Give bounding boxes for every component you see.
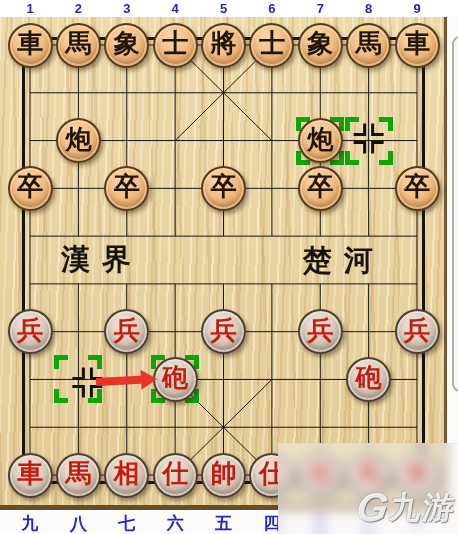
- piece-red[interactable]: 兵: [298, 309, 343, 354]
- piece-red[interactable]: 砲: [153, 357, 198, 402]
- piece-glyph: 兵: [211, 318, 237, 346]
- file-label-top: 2: [66, 1, 90, 16]
- piece-glyph: 砲: [162, 365, 188, 393]
- bracket-corner-icon: [88, 389, 102, 403]
- piece-glyph: 卒: [211, 174, 237, 202]
- piece-black[interactable]: 馬: [56, 23, 101, 68]
- piece-red[interactable]: 車: [8, 453, 53, 498]
- bracket-corner-icon: [54, 389, 68, 403]
- file-label-top: 3: [115, 1, 139, 16]
- piece-glyph: 馬: [65, 31, 91, 59]
- file-label-bottom: 八: [64, 512, 92, 534]
- piece-glyph: 兵: [17, 318, 43, 346]
- file-label-bottom: 六: [161, 512, 189, 534]
- piece-black[interactable]: 象: [298, 23, 343, 68]
- piece-black[interactable]: 卒: [298, 166, 343, 211]
- bracket-corner-icon: [379, 117, 393, 131]
- watermark-text: 九游: [387, 487, 458, 529]
- file-label-bottom: 七: [113, 512, 141, 534]
- piece-glyph: 兵: [114, 318, 140, 346]
- piece-red[interactable]: 帥: [201, 453, 246, 498]
- piece-glyph: 馬: [65, 461, 91, 489]
- piece-red[interactable]: 相: [104, 453, 149, 498]
- piece-glyph: 帥: [211, 461, 237, 489]
- piece-glyph: 兵: [404, 318, 430, 346]
- file-label-bottom: 五: [210, 512, 238, 534]
- bracket-corner-icon: [379, 151, 393, 165]
- adjacent-panel-border: [452, 36, 458, 392]
- piece-black[interactable]: 士: [153, 23, 198, 68]
- file-label-top: 9: [405, 1, 429, 16]
- bracket-corner-icon: [345, 151, 359, 165]
- piece-glyph: 馬: [356, 31, 382, 59]
- piece-glyph: 象: [307, 31, 333, 59]
- piece-glyph: 仕: [162, 461, 188, 489]
- blur-watermark-overlay: G 九游: [278, 443, 458, 534]
- piece-red[interactable]: 兵: [8, 309, 53, 354]
- piece-glyph: 車: [404, 31, 430, 59]
- bracket-corner-icon: [54, 355, 68, 369]
- 9game-logo-icon: G: [354, 485, 391, 530]
- file-label-bottom: 九: [16, 512, 44, 534]
- piece-glyph: 卒: [307, 174, 333, 202]
- piece-glyph: 卒: [404, 174, 430, 202]
- selection-bracket: [345, 117, 393, 165]
- piece-black[interactable]: 士: [249, 23, 294, 68]
- file-label-top: 6: [260, 1, 284, 16]
- file-label-top: 8: [357, 1, 381, 16]
- piece-glyph: 卒: [114, 174, 140, 202]
- piece-black[interactable]: 馬: [346, 23, 391, 68]
- river-label-right: 楚河: [303, 241, 385, 281]
- piece-black[interactable]: 炮: [298, 118, 343, 163]
- piece-red[interactable]: 馬: [56, 453, 101, 498]
- piece-red[interactable]: 仕: [153, 453, 198, 498]
- piece-black[interactable]: 卒: [201, 166, 246, 211]
- piece-glyph: 卒: [17, 174, 43, 202]
- file-label-top: 1: [18, 1, 42, 16]
- file-label-top: 4: [163, 1, 187, 16]
- piece-glyph: 將: [211, 31, 237, 59]
- piece-glyph: 象: [114, 31, 140, 59]
- piece-black[interactable]: 卒: [8, 166, 53, 211]
- piece-black[interactable]: 卒: [395, 166, 440, 211]
- right-panel-edge: [447, 17, 458, 510]
- watermark: G 九游: [354, 485, 458, 530]
- piece-glyph: 車: [17, 461, 43, 489]
- piece-black[interactable]: 卒: [104, 166, 149, 211]
- piece-glyph: 相: [114, 461, 140, 489]
- piece-glyph: 砲: [356, 365, 382, 393]
- piece-black[interactable]: 象: [104, 23, 149, 68]
- piece-glyph: 炮: [65, 127, 91, 155]
- piece-red[interactable]: 兵: [395, 309, 440, 354]
- piece-glyph: 炮: [307, 127, 333, 155]
- piece-glyph: 士: [162, 31, 188, 59]
- piece-red[interactable]: 兵: [201, 309, 246, 354]
- piece-black[interactable]: 炮: [56, 118, 101, 163]
- piece-black[interactable]: 將: [201, 23, 246, 68]
- selection-bracket: [54, 355, 102, 403]
- piece-glyph: 士: [259, 31, 285, 59]
- top-coordinate-strip: 123456789: [0, 0, 458, 17]
- file-label-top: 7: [308, 1, 332, 16]
- river-label-left: 漢界: [61, 240, 143, 280]
- piece-red[interactable]: 砲: [346, 357, 391, 402]
- bracket-corner-icon: [88, 355, 102, 369]
- piece-black[interactable]: 車: [8, 23, 53, 68]
- bracket-corner-icon: [345, 117, 359, 131]
- screenshot-root: 漢界 楚河 車馬象士將士象馬車炮炮卒卒卒卒卒兵兵兵兵兵砲砲車馬相仕帥仕相馬車 1…: [0, 0, 458, 534]
- piece-glyph: 車: [17, 31, 43, 59]
- piece-black[interactable]: 車: [395, 23, 440, 68]
- file-label-top: 5: [212, 1, 236, 16]
- piece-glyph: 兵: [307, 318, 333, 346]
